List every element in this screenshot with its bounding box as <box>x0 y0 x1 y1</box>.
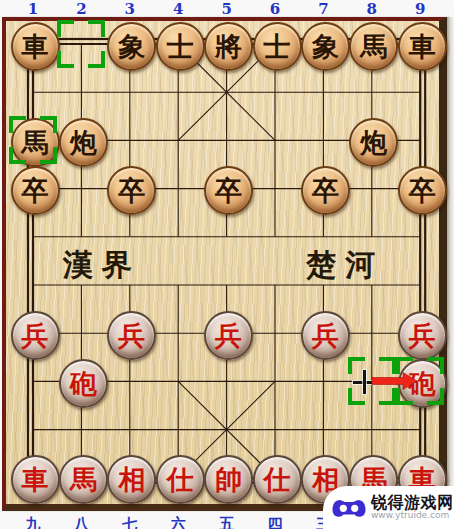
red-piece-仕[interactable]: 仕 <box>156 455 205 504</box>
red-piece-仕[interactable]: 仕 <box>253 455 302 504</box>
piece-character: 士 <box>264 33 291 60</box>
red-piece-兵[interactable]: 兵 <box>204 311 253 360</box>
red-piece-兵[interactable]: 兵 <box>398 311 447 360</box>
black-piece-車[interactable]: 車 <box>11 22 60 71</box>
piece-character: 兵 <box>118 322 145 349</box>
piece-character: 炮 <box>360 129 387 156</box>
piece-character: 象 <box>118 33 145 60</box>
black-piece-象[interactable]: 象 <box>107 22 156 71</box>
red-piece-兵[interactable]: 兵 <box>11 311 60 360</box>
red-piece-砲[interactable]: 砲 <box>59 359 108 408</box>
black-piece-炮[interactable]: 炮 <box>349 118 398 167</box>
black-piece-馬[interactable]: 馬 <box>349 22 398 71</box>
file-label-top-5: 5 <box>221 0 231 18</box>
red-piece-馬[interactable]: 馬 <box>59 455 108 504</box>
red-piece-兵[interactable]: 兵 <box>301 311 350 360</box>
black-piece-卒[interactable]: 卒 <box>301 166 350 215</box>
piece-character: 馬 <box>22 129 49 156</box>
black-piece-馬[interactable]: 馬 <box>11 118 60 167</box>
file-label-top-3: 3 <box>125 0 135 18</box>
watermark-site-url: www.ytruide.com <box>371 511 454 521</box>
red-piece-兵[interactable]: 兵 <box>107 311 156 360</box>
file-label-top-8: 8 <box>367 0 377 18</box>
file-label-top-7: 7 <box>318 0 328 18</box>
river-label-right: 楚河 <box>306 245 384 286</box>
file-label-bottom-3: 七 <box>122 515 137 529</box>
piece-character: 車 <box>22 466 49 493</box>
black-piece-卒[interactable]: 卒 <box>398 166 447 215</box>
piece-character: 車 <box>409 33 436 60</box>
watermark-badge: 锐得游戏网 www.ytruide.com <box>323 486 454 529</box>
black-piece-卒[interactable]: 卒 <box>11 166 60 215</box>
piece-character: 相 <box>118 466 145 493</box>
file-label-bottom-4: 六 <box>171 515 186 529</box>
file-label-top-6: 6 <box>270 0 280 18</box>
file-label-bottom-6: 四 <box>268 515 283 529</box>
file-label-top-2: 2 <box>76 0 86 18</box>
piece-character: 卒 <box>312 177 339 204</box>
watermark-text: 锐得游戏网 www.ytruide.com <box>371 494 454 521</box>
piece-character: 卒 <box>22 177 49 204</box>
piece-character: 卒 <box>118 177 145 204</box>
piece-character: 砲 <box>70 370 97 397</box>
piece-character: 炮 <box>70 129 97 156</box>
piece-character: 兵 <box>312 322 339 349</box>
black-piece-炮[interactable]: 炮 <box>59 118 108 167</box>
piece-character: 仕 <box>264 466 291 493</box>
file-label-top-4: 4 <box>173 0 183 18</box>
black-piece-車[interactable]: 車 <box>398 22 447 71</box>
piece-character: 帥 <box>215 466 242 493</box>
piece-character: 兵 <box>409 322 436 349</box>
black-piece-士[interactable]: 士 <box>253 22 302 71</box>
red-piece-車[interactable]: 車 <box>11 455 60 504</box>
piece-character: 砲 <box>409 370 436 397</box>
black-piece-士[interactable]: 士 <box>156 22 205 71</box>
file-label-bottom-2: 八 <box>74 515 89 529</box>
river-label-left: 漢界 <box>63 245 141 286</box>
piece-character: 將 <box>215 33 242 60</box>
red-piece-砲[interactable]: 砲 <box>398 359 447 408</box>
file-label-top-1: 1 <box>28 0 38 18</box>
black-piece-將[interactable]: 將 <box>204 22 253 71</box>
piece-character: 象 <box>312 33 339 60</box>
board-right-bevel <box>447 17 454 511</box>
piece-character: 車 <box>22 33 49 60</box>
piece-character: 士 <box>167 33 194 60</box>
piece-character: 卒 <box>215 177 242 204</box>
file-label-bottom-5: 五 <box>219 515 234 529</box>
file-label-top-9: 9 <box>415 0 425 18</box>
piece-character: 卒 <box>409 177 436 204</box>
piece-character: 仕 <box>167 466 194 493</box>
piece-character: 兵 <box>215 322 242 349</box>
piece-character: 馬 <box>70 466 97 493</box>
black-piece-卒[interactable]: 卒 <box>204 166 253 215</box>
piece-character: 兵 <box>22 322 49 349</box>
piece-character: 馬 <box>360 33 387 60</box>
watermark-site-name: 锐得游戏网 <box>371 494 454 511</box>
gamepad-icon <box>332 496 366 520</box>
xiangqi-app: 漢界 楚河 锐得游戏网 www.ytruide.com 123456789九八七… <box>0 0 454 529</box>
file-label-bottom-1: 九 <box>26 515 41 529</box>
black-piece-象[interactable]: 象 <box>301 22 350 71</box>
